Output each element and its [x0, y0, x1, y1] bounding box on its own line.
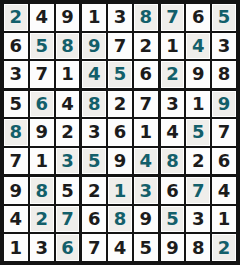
cell-r1c3[interactable]: 9	[56, 4, 80, 31]
cell-r4c6[interactable]: 7	[134, 91, 158, 118]
cell-r4c2-given[interactable]: 6	[30, 91, 54, 118]
cell-r6c2[interactable]: 1	[30, 148, 54, 175]
cell-r3c8[interactable]: 9	[186, 61, 210, 88]
cell-r9c4[interactable]: 7	[82, 234, 106, 261]
cell-r1c7-given[interactable]: 7	[161, 4, 185, 31]
cell-r8c2-given[interactable]: 2	[30, 206, 54, 233]
cell-r7c2-given[interactable]: 8	[30, 177, 54, 204]
cell-r4c9-given[interactable]: 9	[212, 91, 236, 118]
cell-r7c4[interactable]: 2	[82, 177, 106, 204]
box-2-3: 319457826	[161, 91, 236, 175]
cell-r3c3[interactable]: 1	[56, 61, 80, 88]
box-1-1: 249658371	[4, 4, 79, 88]
cell-r4c4-given[interactable]: 8	[82, 91, 106, 118]
cell-r7c3[interactable]: 5	[56, 177, 80, 204]
cell-r4c1[interactable]: 5	[4, 91, 28, 118]
cell-r2c4-given[interactable]: 9	[82, 33, 106, 60]
box-2-2: 827361594	[82, 91, 157, 175]
cell-r6c4-given[interactable]: 5	[82, 148, 106, 175]
cell-r9c9-given[interactable]: 2	[212, 234, 236, 261]
box-3-2: 213689745	[82, 177, 157, 261]
cell-r1c5[interactable]: 3	[108, 4, 132, 31]
cell-r8c6[interactable]: 9	[134, 206, 158, 233]
cell-r7c8-given[interactable]: 7	[186, 177, 210, 204]
cell-r9c5[interactable]: 4	[108, 234, 132, 261]
cell-r7c5-given[interactable]: 1	[108, 177, 132, 204]
cell-r2c2-given[interactable]: 5	[30, 33, 54, 60]
cell-r1c6-given[interactable]: 8	[134, 4, 158, 31]
cell-r6c1[interactable]: 7	[4, 148, 28, 175]
cell-r4c3[interactable]: 4	[56, 91, 80, 118]
cell-r8c8[interactable]: 3	[186, 206, 210, 233]
cell-r4c7[interactable]: 3	[161, 91, 185, 118]
cell-r9c2[interactable]: 3	[30, 234, 54, 261]
cell-r3c6[interactable]: 6	[134, 61, 158, 88]
cell-r6c7-given[interactable]: 8	[161, 148, 185, 175]
cell-r3c2[interactable]: 7	[30, 61, 54, 88]
cell-r7c1[interactable]: 9	[4, 177, 28, 204]
box-3-1: 985427136	[4, 177, 79, 261]
cell-r6c5[interactable]: 9	[108, 148, 132, 175]
cell-r6c8[interactable]: 2	[186, 148, 210, 175]
cell-r3c5-given[interactable]: 5	[108, 61, 132, 88]
cell-r5c6[interactable]: 1	[134, 119, 158, 146]
sudoku-board: 2496583711389724567651432985648927138273…	[0, 0, 240, 265]
box-1-3: 765143298	[161, 4, 236, 88]
cell-r3c7-given[interactable]: 2	[161, 61, 185, 88]
cell-r2c9[interactable]: 3	[212, 33, 236, 60]
cell-r5c7[interactable]: 4	[161, 119, 185, 146]
cell-r2c5[interactable]: 7	[108, 33, 132, 60]
cell-r1c9-given[interactable]: 5	[212, 4, 236, 31]
cell-r3c4-given[interactable]: 4	[82, 61, 106, 88]
cell-r2c6[interactable]: 2	[134, 33, 158, 60]
cell-r8c3-given[interactable]: 7	[56, 206, 80, 233]
cell-r1c2[interactable]: 4	[30, 4, 54, 31]
cell-r9c3-given[interactable]: 6	[56, 234, 80, 261]
box-3-3: 674531982	[161, 177, 236, 261]
cell-r9c8[interactable]: 8	[186, 234, 210, 261]
box-1-2: 138972456	[82, 4, 157, 88]
cell-r1c4[interactable]: 1	[82, 4, 106, 31]
cell-r5c3[interactable]: 2	[56, 119, 80, 146]
cell-r7c6-given[interactable]: 3	[134, 177, 158, 204]
cell-r3c9[interactable]: 8	[212, 61, 236, 88]
cell-r2c8-given[interactable]: 4	[186, 33, 210, 60]
cell-r5c5[interactable]: 6	[108, 119, 132, 146]
cell-r5c4[interactable]: 3	[82, 119, 106, 146]
cell-r2c3-given[interactable]: 8	[56, 33, 80, 60]
cell-r1c8[interactable]: 6	[186, 4, 210, 31]
cell-r5c2[interactable]: 9	[30, 119, 54, 146]
cell-r6c9[interactable]: 6	[212, 148, 236, 175]
cell-r2c7[interactable]: 1	[161, 33, 185, 60]
cell-r8c1[interactable]: 4	[4, 206, 28, 233]
cell-r5c1-given[interactable]: 8	[4, 119, 28, 146]
cell-r8c4[interactable]: 6	[82, 206, 106, 233]
cell-r9c6[interactable]: 5	[134, 234, 158, 261]
cell-r5c9[interactable]: 7	[212, 119, 236, 146]
cell-r9c1[interactable]: 1	[4, 234, 28, 261]
cell-r7c9[interactable]: 4	[212, 177, 236, 204]
cell-r8c7-given[interactable]: 5	[161, 206, 185, 233]
cell-r4c8[interactable]: 1	[186, 91, 210, 118]
cell-r7c7[interactable]: 6	[161, 177, 185, 204]
cell-r6c6-given[interactable]: 4	[134, 148, 158, 175]
cell-r2c1[interactable]: 6	[4, 33, 28, 60]
cell-r8c5-given[interactable]: 8	[108, 206, 132, 233]
cell-r9c7[interactable]: 9	[161, 234, 185, 261]
cell-r1c1-given[interactable]: 2	[4, 4, 28, 31]
box-2-1: 564892713	[4, 91, 79, 175]
cell-r5c8-given[interactable]: 5	[186, 119, 210, 146]
cell-r3c1[interactable]: 3	[4, 61, 28, 88]
cell-r8c9[interactable]: 1	[212, 206, 236, 233]
cell-r4c5[interactable]: 2	[108, 91, 132, 118]
cell-r6c3-given[interactable]: 3	[56, 148, 80, 175]
